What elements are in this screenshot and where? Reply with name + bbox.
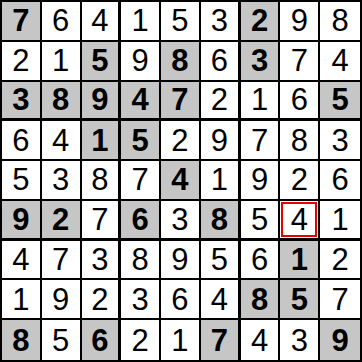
cell-r2c6[interactable]: 6 xyxy=(201,42,241,82)
cell-r5c3[interactable]: 8 xyxy=(82,161,122,201)
cell-r7c3[interactable]: 3 xyxy=(82,241,122,281)
cell-r2c5[interactable]: 8 xyxy=(161,42,201,82)
cell-r3c8[interactable]: 6 xyxy=(280,82,320,122)
cell-r6c9[interactable]: 1 xyxy=(320,201,360,241)
cell-r5c4[interactable]: 7 xyxy=(121,161,161,201)
cell-r6c8[interactable]: 4 xyxy=(280,201,320,241)
cell-r4c8[interactable]: 8 xyxy=(280,121,320,161)
cell-r2c4[interactable]: 9 xyxy=(121,42,161,82)
cell-r1c1[interactable]: 7 xyxy=(2,2,42,42)
cell-r3c2[interactable]: 8 xyxy=(42,82,82,122)
cell-r4c1[interactable]: 6 xyxy=(2,121,42,161)
cell-r9c4[interactable]: 2 xyxy=(121,320,161,360)
cell-r2c2[interactable]: 1 xyxy=(42,42,82,82)
cell-r6c4[interactable]: 6 xyxy=(121,201,161,241)
cell-r4c5[interactable]: 2 xyxy=(161,121,201,161)
cell-r8c5[interactable]: 6 xyxy=(161,280,201,320)
cell-r8c8[interactable]: 5 xyxy=(280,280,320,320)
cell-r9c6[interactable]: 7 xyxy=(201,320,241,360)
cell-r5c2[interactable]: 3 xyxy=(42,161,82,201)
cell-r8c3[interactable]: 2 xyxy=(82,280,122,320)
cell-r4c4[interactable]: 5 xyxy=(121,121,161,161)
cell-r5c6[interactable]: 1 xyxy=(201,161,241,201)
cell-r9c2[interactable]: 5 xyxy=(42,320,82,360)
cell-r6c3[interactable]: 7 xyxy=(82,201,122,241)
cell-r7c2[interactable]: 7 xyxy=(42,241,82,281)
cell-r1c5[interactable]: 5 xyxy=(161,2,201,42)
cell-r1c3[interactable]: 4 xyxy=(82,2,122,42)
cell-r8c4[interactable]: 3 xyxy=(121,280,161,320)
cell-r6c2[interactable]: 2 xyxy=(42,201,82,241)
cell-r5c5[interactable]: 4 xyxy=(161,161,201,201)
cell-r6c1[interactable]: 9 xyxy=(2,201,42,241)
cell-r2c9[interactable]: 4 xyxy=(320,42,360,82)
cell-r8c1[interactable]: 1 xyxy=(2,280,42,320)
cell-r8c2[interactable]: 9 xyxy=(42,280,82,320)
cell-r8c6[interactable]: 4 xyxy=(201,280,241,320)
cell-r4c6[interactable]: 9 xyxy=(201,121,241,161)
cell-r7c9[interactable]: 2 xyxy=(320,241,360,281)
cell-r3c3[interactable]: 9 xyxy=(82,82,122,122)
cell-r2c3[interactable]: 5 xyxy=(82,42,122,82)
cell-r9c8[interactable]: 3 xyxy=(280,320,320,360)
cell-r3c7[interactable]: 1 xyxy=(241,82,281,122)
cell-r6c6[interactable]: 8 xyxy=(201,201,241,241)
cell-r4c3[interactable]: 1 xyxy=(82,121,122,161)
cell-r3c5[interactable]: 7 xyxy=(161,82,201,122)
cell-r1c2[interactable]: 6 xyxy=(42,2,82,42)
cell-r8c9[interactable]: 7 xyxy=(320,280,360,320)
cell-r5c9[interactable]: 6 xyxy=(320,161,360,201)
cell-r3c4[interactable]: 4 xyxy=(121,82,161,122)
cell-r9c1[interactable]: 8 xyxy=(2,320,42,360)
cell-r5c1[interactable]: 5 xyxy=(2,161,42,201)
cell-r4c7[interactable]: 7 xyxy=(241,121,281,161)
cell-r7c1[interactable]: 4 xyxy=(2,241,42,281)
cell-r7c6[interactable]: 5 xyxy=(201,241,241,281)
cell-r7c4[interactable]: 8 xyxy=(121,241,161,281)
cell-r2c8[interactable]: 7 xyxy=(280,42,320,82)
cell-r7c8[interactable]: 1 xyxy=(280,241,320,281)
cell-r9c5[interactable]: 1 xyxy=(161,320,201,360)
cell-r1c6[interactable]: 3 xyxy=(201,2,241,42)
cell-r7c5[interactable]: 9 xyxy=(161,241,201,281)
cell-r5c8[interactable]: 2 xyxy=(280,161,320,201)
cell-r1c4[interactable]: 1 xyxy=(121,2,161,42)
cell-r1c7[interactable]: 2 xyxy=(241,2,281,42)
cell-r5c7[interactable]: 9 xyxy=(241,161,281,201)
cell-r3c1[interactable]: 3 xyxy=(2,82,42,122)
cell-r3c9[interactable]: 5 xyxy=(320,82,360,122)
cell-r8c7[interactable]: 8 xyxy=(241,280,281,320)
cell-r6c7[interactable]: 5 xyxy=(241,201,281,241)
sudoku-board: 7641532982159863743894721656415297835387… xyxy=(0,0,362,362)
cell-r9c9[interactable]: 9 xyxy=(320,320,360,360)
cell-r7c7[interactable]: 6 xyxy=(241,241,281,281)
cell-r1c8[interactable]: 9 xyxy=(280,2,320,42)
cell-r6c5[interactable]: 3 xyxy=(161,201,201,241)
cell-r4c9[interactable]: 3 xyxy=(320,121,360,161)
cell-r2c7[interactable]: 3 xyxy=(241,42,281,82)
cell-r9c3[interactable]: 6 xyxy=(82,320,122,360)
cell-r4c2[interactable]: 4 xyxy=(42,121,82,161)
cell-r1c9[interactable]: 8 xyxy=(320,2,360,42)
cell-r9c7[interactable]: 4 xyxy=(241,320,281,360)
cell-r2c1[interactable]: 2 xyxy=(2,42,42,82)
cell-r3c6[interactable]: 2 xyxy=(201,82,241,122)
